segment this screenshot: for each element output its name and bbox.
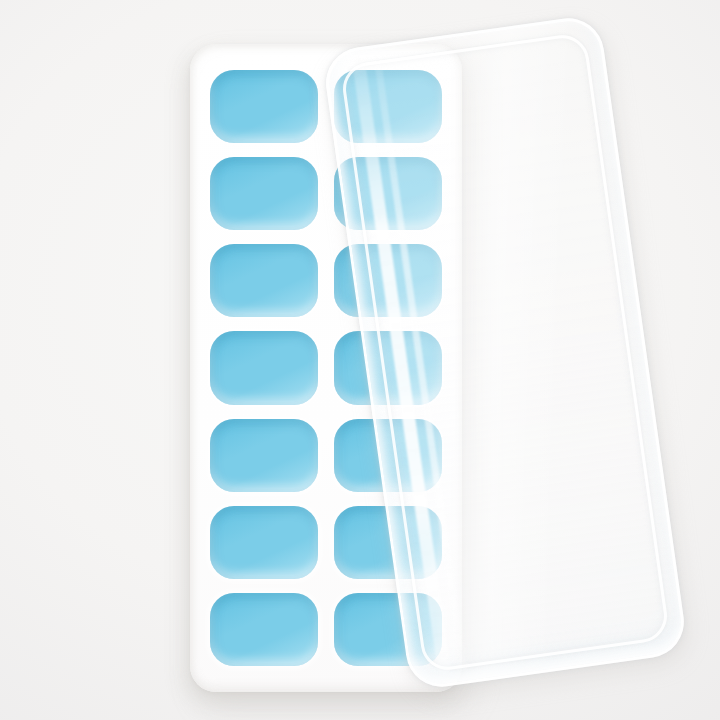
- scene: [0, 0, 720, 720]
- tray-cell-r3c1: [210, 244, 318, 317]
- tray-cell-r4c1: [210, 331, 318, 404]
- tray-cell-r6c1: [210, 506, 318, 579]
- tray-cell-r7c1: [210, 593, 318, 666]
- tray-cell-r1c1: [210, 70, 318, 143]
- tray-cell-r2c1: [210, 157, 318, 230]
- tray-cell-r5c1: [210, 419, 318, 492]
